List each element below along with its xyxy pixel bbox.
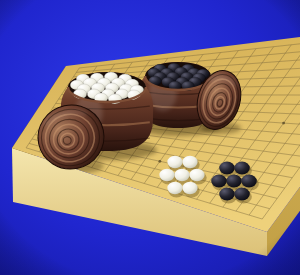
photo-stage — [0, 0, 300, 275]
white-stone-cluster-stone — [174, 169, 189, 181]
white-stone-cluster-stone — [182, 182, 197, 194]
hoshi-star-point — [282, 122, 285, 125]
black-stone-cluster-stone — [219, 188, 235, 201]
go-set-photo — [0, 0, 300, 275]
white-stone-cluster-stone — [189, 169, 204, 181]
white-stone-cluster-stone — [159, 169, 174, 181]
black-stone-cluster-stone — [226, 175, 242, 188]
white-stone-cluster-stone — [182, 156, 197, 168]
white-stone-cluster-stone — [167, 156, 182, 168]
white-stone-cluster-stone — [167, 182, 182, 194]
black-stone-cluster-stone — [211, 175, 227, 188]
black-stone-cluster-stone — [241, 175, 257, 188]
black-stone-cluster-stone — [219, 162, 235, 175]
black-stone-cluster-stone — [234, 162, 250, 175]
hoshi-star-point — [158, 160, 161, 163]
black-stone-cluster-stone — [234, 188, 250, 201]
